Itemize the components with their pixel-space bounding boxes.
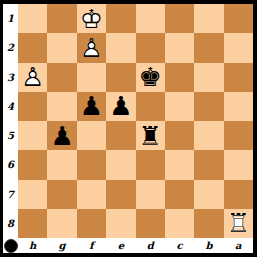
square-c2[interactable] <box>165 33 194 62</box>
square-c1[interactable] <box>165 4 194 33</box>
square-f3[interactable] <box>77 63 106 92</box>
square-g1[interactable] <box>47 4 76 33</box>
square-b7[interactable] <box>194 180 223 209</box>
rank-label-4: 4 <box>3 92 18 121</box>
rank-label-2: 2 <box>3 33 18 62</box>
square-h4[interactable] <box>18 92 47 121</box>
black-king-icon: ♚ <box>136 63 165 92</box>
square-g8[interactable] <box>47 209 76 238</box>
square-h6[interactable] <box>18 150 47 179</box>
square-e3[interactable] <box>106 63 135 92</box>
file-label-e: e <box>106 238 135 253</box>
white-pawn-icon: ♟♙ <box>18 63 47 92</box>
square-f5[interactable] <box>77 121 106 150</box>
chess-board: 12345678♚♔♟♙♟♙♚♟♟♟♜♜♖hgfedcba <box>3 4 253 253</box>
square-d7[interactable] <box>136 180 165 209</box>
rank-label-5: 5 <box>3 121 18 150</box>
file-label-c: c <box>165 238 194 253</box>
square-d4[interactable] <box>136 92 165 121</box>
square-e4[interactable]: ♟ <box>106 92 135 121</box>
square-b4[interactable] <box>194 92 223 121</box>
square-d8[interactable] <box>136 209 165 238</box>
square-g2[interactable] <box>47 33 76 62</box>
square-h7[interactable] <box>18 180 47 209</box>
square-f7[interactable] <box>77 180 106 209</box>
square-f2[interactable]: ♟♙ <box>77 33 106 62</box>
square-c8[interactable] <box>165 209 194 238</box>
square-c5[interactable] <box>165 121 194 150</box>
square-e7[interactable] <box>106 180 135 209</box>
square-d6[interactable] <box>136 150 165 179</box>
square-a7[interactable] <box>224 180 253 209</box>
square-e1[interactable] <box>106 4 135 33</box>
white-king-icon: ♚♔ <box>77 4 106 33</box>
square-e8[interactable] <box>106 209 135 238</box>
file-label-f: f <box>77 238 106 253</box>
square-h5[interactable] <box>18 121 47 150</box>
white-pawn-icon: ♟♙ <box>77 33 106 62</box>
white-rook-icon: ♜♖ <box>224 209 253 238</box>
square-d1[interactable] <box>136 4 165 33</box>
square-a5[interactable] <box>224 121 253 150</box>
file-label-d: d <box>136 238 165 253</box>
rank-label-8: 8 <box>3 209 18 238</box>
rank-label-1: 1 <box>3 4 18 33</box>
square-a8[interactable]: ♜♖ <box>224 209 253 238</box>
square-h2[interactable] <box>18 33 47 62</box>
board-frame: 12345678♚♔♟♙♟♙♚♟♟♟♜♜♖hgfedcba <box>0 0 257 257</box>
square-g7[interactable] <box>47 180 76 209</box>
square-a1[interactable] <box>224 4 253 33</box>
black-pawn-icon: ♟ <box>47 121 76 150</box>
square-g6[interactable] <box>47 150 76 179</box>
square-c7[interactable] <box>165 180 194 209</box>
square-h1[interactable] <box>18 4 47 33</box>
square-b2[interactable] <box>194 33 223 62</box>
square-d2[interactable] <box>136 33 165 62</box>
square-d5[interactable]: ♜ <box>136 121 165 150</box>
square-b5[interactable] <box>194 121 223 150</box>
rank-label-3: 3 <box>3 63 18 92</box>
square-b3[interactable] <box>194 63 223 92</box>
square-b8[interactable] <box>194 209 223 238</box>
square-e6[interactable] <box>106 150 135 179</box>
black-pawn-icon: ♟ <box>106 92 135 121</box>
square-b6[interactable] <box>194 150 223 179</box>
square-a3[interactable] <box>224 63 253 92</box>
square-h3[interactable]: ♟♙ <box>18 63 47 92</box>
square-f4[interactable]: ♟ <box>77 92 106 121</box>
file-label-b: b <box>194 238 223 253</box>
square-c3[interactable] <box>165 63 194 92</box>
file-label-a: a <box>224 238 253 253</box>
square-c4[interactable] <box>165 92 194 121</box>
square-f6[interactable] <box>77 150 106 179</box>
file-label-g: g <box>47 238 76 253</box>
black-to-move-indicator <box>4 239 18 253</box>
file-label-h: h <box>18 238 47 253</box>
square-f8[interactable] <box>77 209 106 238</box>
square-h8[interactable] <box>18 209 47 238</box>
square-d3[interactable]: ♚ <box>136 63 165 92</box>
rank-label-7: 7 <box>3 180 18 209</box>
black-pawn-icon: ♟ <box>77 92 106 121</box>
square-g5[interactable]: ♟ <box>47 121 76 150</box>
square-a6[interactable] <box>224 150 253 179</box>
square-e2[interactable] <box>106 33 135 62</box>
turn-indicator-cell <box>3 238 18 253</box>
square-c6[interactable] <box>165 150 194 179</box>
square-g3[interactable] <box>47 63 76 92</box>
square-f1[interactable]: ♚♔ <box>77 4 106 33</box>
square-a2[interactable] <box>224 33 253 62</box>
square-g4[interactable] <box>47 92 76 121</box>
square-b1[interactable] <box>194 4 223 33</box>
square-a4[interactable] <box>224 92 253 121</box>
rank-label-6: 6 <box>3 150 18 179</box>
black-rook-icon: ♜ <box>136 121 165 150</box>
square-e5[interactable] <box>106 121 135 150</box>
